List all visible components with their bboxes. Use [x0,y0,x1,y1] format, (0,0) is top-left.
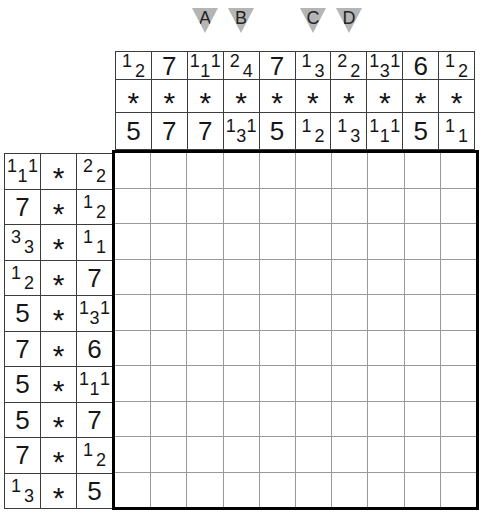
clue-digit: 1 [211,52,221,70]
left-clue-r6-c3: 6 [77,332,112,367]
clue-digit: 1 [79,299,89,317]
left-clue-r7-c1: 5 [5,367,40,402]
wildcard-asterisk: * [343,88,355,112]
left-clue-r8-c3: 7 [77,403,112,438]
left-clue-r8-c1: 5 [5,403,40,438]
grid-cell-r6-c4[interactable] [224,331,259,366]
clue-digit: 3 [380,62,390,80]
clue-digit: 5 [270,118,284,144]
clue-digit: 3 [11,228,21,246]
top-clue-r3-c7: 13 [331,113,366,149]
left-clue-r4-c3: 7 [77,261,112,296]
grid-cell-r2-c7[interactable] [332,189,367,224]
wildcard-asterisk: * [307,88,319,112]
grid-cell-r8-c6[interactable] [296,402,331,437]
clue-digit: 7 [15,194,29,220]
answer-marker-triangle-C: C [300,8,326,33]
grid-cell-r5-c4[interactable] [224,295,259,330]
top-clue-r2-c4: * [224,80,259,112]
grid-cell-r2-c2[interactable] [151,189,186,224]
grid-cell-r3-c10[interactable] [441,224,476,259]
grid-cell-r9-c10[interactable] [441,437,476,472]
wildcard-asterisk: * [53,412,65,437]
grid-cell-r7-c6[interactable] [296,366,331,401]
wildcard-asterisk: * [164,88,176,112]
clue-digit: 1 [28,157,38,175]
clue-digit: 2 [135,62,145,80]
grid-cell-r9-c5[interactable] [260,437,295,472]
clue-digit: 5 [15,300,29,326]
grid-cell-r10-c9[interactable] [405,473,440,508]
answer-marker-label: A [192,8,218,28]
clue-digit: 3 [89,309,99,327]
puzzle-grid [112,150,479,510]
grid-cell-r7-c3[interactable] [187,366,222,401]
wildcard-asterisk: * [53,199,65,224]
clue-digit: 2 [96,203,106,221]
grid-cell-r4-c5[interactable] [260,260,295,295]
grid-cell-r7-c8[interactable] [368,366,403,401]
clue-digit: 2 [24,274,34,292]
clue-digit: 1 [100,370,110,388]
wildcard-asterisk: * [53,447,65,472]
grid-cell-r9-c2[interactable] [151,437,186,472]
grid-cell-r7-c9[interactable] [405,366,440,401]
grid-cell-r6-c9[interactable] [405,331,440,366]
answer-marker-label: D [336,8,362,28]
grid-cell-r1-c7[interactable] [332,153,367,188]
grid-cell-r7-c2[interactable] [151,366,186,401]
grid-cell-r3-c5[interactable] [260,224,295,259]
grid-cell-r9-c1[interactable] [115,437,150,472]
clue-digit: 2 [458,62,468,80]
grid-cell-r1-c2[interactable] [151,153,186,188]
top-clue-r3-c1: 5 [116,113,151,149]
grid-cell-r9-c4[interactable] [224,437,259,472]
clue-digit: 3 [24,238,34,256]
wildcard-asterisk: * [53,483,65,508]
clue-digit: 1 [200,62,210,80]
grid-cell-r3-c8[interactable] [368,224,403,259]
grid-cell-r1-c10[interactable] [441,153,476,188]
top-clue-r2-c8: * [367,80,402,112]
left-clue-r1-c2: * [41,154,76,189]
left-clue-r1-c3: 22 [77,154,112,189]
clue-digit: 1 [226,117,236,135]
clue-digit: 2 [83,157,93,175]
grid-cell-r3-c1[interactable] [115,224,150,259]
clue-digit: 1 [79,370,89,388]
grid-cell-r5-c10[interactable] [441,295,476,330]
clue-digit: 7 [270,53,284,79]
top-clue-r1-c8: 131 [367,52,402,79]
left-clue-r2-c3: 12 [77,190,112,225]
clue-digit: 1 [89,380,99,398]
grid-cell-r10-c7[interactable] [332,473,367,508]
left-clue-r4-c1: 12 [5,261,40,296]
grid-cell-r7-c5[interactable] [260,366,295,401]
grid-cell-r10-c1[interactable] [115,473,150,508]
top-clue-r1-c7: 22 [331,52,366,79]
top-clue-r1-c10: 12 [439,52,474,79]
grid-cell-r9-c6[interactable] [296,437,331,472]
grid-cell-r6-c7[interactable] [332,331,367,366]
top-clue-band: 1271112471322131612**********57713151213… [115,51,475,150]
grid-cell-r3-c3[interactable] [187,224,222,259]
top-clue-r3-c8: 111 [367,113,402,149]
left-clue-r7-c3: 111 [77,367,112,402]
grid-cell-r4-c2[interactable] [151,260,186,295]
clue-digit: 1 [301,117,311,135]
left-clue-r5-c1: 5 [5,296,40,331]
top-clue-r2-c2: * [152,80,187,112]
clue-digit: 1 [83,193,93,211]
grid-cell-r8-c5[interactable] [260,402,295,437]
clue-digit: 5 [413,118,427,144]
top-clue-r1-c3: 111 [188,52,223,79]
top-clue-r3-c2: 7 [152,113,187,149]
grid-cell-r2-c10[interactable] [441,189,476,224]
grid-cell-r10-c4[interactable] [224,473,259,508]
grid-cell-r1-c5[interactable] [260,153,295,188]
grid-cell-r5-c8[interactable] [368,295,403,330]
clue-digit: 2 [96,167,106,185]
grid-cell-r1-c6[interactable] [296,153,331,188]
grid-cell-r8-c4[interactable] [224,402,259,437]
grid-cell-r2-c6[interactable] [296,189,331,224]
clue-digit: 7 [198,118,212,144]
grid-cell-r5-c5[interactable] [260,295,295,330]
grid-cell-r3-c6[interactable] [296,224,331,259]
grid-cell-r4-c10[interactable] [441,260,476,295]
grid-cell-r9-c7[interactable] [332,437,367,472]
wildcard-asterisk: * [271,88,283,112]
left-clue-r7-c2: * [41,367,76,402]
clue-digit: 5 [15,407,29,433]
wildcard-asterisk: * [53,163,65,188]
grid-cell-r2-c8[interactable] [368,189,403,224]
grid-cell-r2-c1[interactable] [115,189,150,224]
grid-cell-r9-c3[interactable] [187,437,222,472]
left-clue-r10-c1: 13 [5,474,40,509]
clue-digit: 3 [350,127,360,145]
clue-digit: 1 [390,117,400,135]
grid-cell-r3-c2[interactable] [151,224,186,259]
answer-marker-triangle-D: D [336,8,362,33]
left-clue-r4-c2: * [41,261,76,296]
clue-digit: 1 [337,117,347,135]
clue-digit: 7 [15,336,29,362]
grid-cell-r8-c9[interactable] [405,402,440,437]
left-clue-r9-c2: * [41,438,76,473]
grid-cell-r4-c9[interactable] [405,260,440,295]
grid-cell-r3-c4[interactable] [224,224,259,259]
grid-cell-r5-c7[interactable] [332,295,367,330]
grid-cell-r8-c10[interactable] [441,402,476,437]
grid-cell-r5-c3[interactable] [187,295,222,330]
grid-cell-r1-c4[interactable] [224,153,259,188]
top-clue-r2-c5: * [260,80,295,112]
top-clue-r3-c6: 12 [296,113,331,149]
wildcard-asterisk: * [235,88,247,112]
answer-marker-label: C [300,8,326,28]
clue-digit: 2 [314,127,324,145]
grid-cell-r4-c4[interactable] [224,260,259,295]
grid-cell-r2-c3[interactable] [187,189,222,224]
clue-digit: 1 [96,238,106,256]
grid-cell-r4-c8[interactable] [368,260,403,295]
answer-marker-triangle-B: B [228,8,254,33]
left-clue-r1-c1: 111 [5,154,40,189]
clue-digit: 7 [87,265,101,291]
clue-digit: 7 [87,407,101,433]
grid-cell-r5-c2[interactable] [151,295,186,330]
clue-digit: 1 [458,127,468,145]
top-clue-r2-c7: * [331,80,366,112]
clue-digit: 1 [445,117,455,135]
clue-digit: 2 [337,52,347,70]
grid-cell-r4-c6[interactable] [296,260,331,295]
left-clue-band: 111*227*1233*1112*75*1317*65*1115*77*121… [4,153,113,509]
grid-cell-r9-c9[interactable] [405,437,440,472]
top-clue-r3-c5: 5 [260,113,295,149]
grid-cell-r7-c10[interactable] [441,366,476,401]
puzzle-canvas: ABCD 1271112471322131612**********577131… [0,0,485,521]
grid-cell-r2-c5[interactable] [260,189,295,224]
top-clue-r2-c6: * [296,80,331,112]
top-clue-r3-c4: 131 [224,113,259,149]
grid-cell-r6-c2[interactable] [151,331,186,366]
left-clue-r9-c1: 7 [5,438,40,473]
grid-cell-r6-c5[interactable] [260,331,295,366]
clue-digit: 1 [380,127,390,145]
left-clue-r6-c1: 7 [5,332,40,367]
grid-cell-r10-c5[interactable] [260,473,295,508]
grid-cell-r7-c4[interactable] [224,366,259,401]
grid-cell-r10-c8[interactable] [368,473,403,508]
clue-digit: 3 [314,62,324,80]
grid-cell-r8-c8[interactable] [368,402,403,437]
grid-cell-r8-c1[interactable] [115,402,150,437]
wildcard-asterisk: * [53,376,65,401]
top-clue-r2-c10: * [439,80,474,112]
grid-cell-r2-c4[interactable] [224,189,259,224]
left-clue-r5-c3: 131 [77,296,112,331]
wildcard-asterisk: * [128,88,140,112]
grid-cell-r3-c9[interactable] [405,224,440,259]
grid-cell-r6-c1[interactable] [115,331,150,366]
wildcard-asterisk: * [53,305,65,330]
clue-digit: 1 [445,52,455,70]
clue-digit: 1 [83,228,93,246]
top-clue-r2-c9: * [403,80,438,112]
top-clue-r3-c3: 7 [188,113,223,149]
top-clue-r2-c3: * [188,80,223,112]
wildcard-asterisk: * [451,88,463,112]
clue-digit: 2 [96,451,106,469]
grid-cell-r5-c1[interactable] [115,295,150,330]
left-clue-r3-c1: 33 [5,225,40,260]
clue-digit: 5 [126,118,140,144]
top-clue-r3-c9: 5 [403,113,438,149]
grid-cell-r4-c3[interactable] [187,260,222,295]
clue-digit: 7 [15,442,29,468]
grid-cell-r10-c3[interactable] [187,473,222,508]
clue-digit: 4 [243,62,253,80]
grid-cell-r6-c6[interactable] [296,331,331,366]
top-clue-r2-c1: * [116,80,151,112]
clue-digit: 1 [7,157,17,175]
left-clue-r3-c3: 11 [77,225,112,260]
clue-digit: 2 [350,62,360,80]
top-clue-r1-c4: 24 [224,52,259,79]
clue-digit: 1 [122,52,132,70]
grid-cell-r9-c8[interactable] [368,437,403,472]
grid-cell-r3-c7[interactable] [332,224,367,259]
top-clue-r1-c1: 12 [116,52,151,79]
grid-cell-r5-c9[interactable] [405,295,440,330]
grid-cell-r6-c8[interactable] [368,331,403,366]
clue-digit: 5 [87,478,101,504]
grid-cell-r6-c3[interactable] [187,331,222,366]
left-clue-r2-c2: * [41,190,76,225]
grid-cell-r1-c3[interactable] [187,153,222,188]
wildcard-asterisk: * [379,88,391,112]
left-clue-r9-c3: 12 [77,438,112,473]
clue-digit: 7 [162,53,176,79]
clue-digit: 1 [83,441,93,459]
top-clue-r3-c10: 11 [439,113,474,149]
left-clue-r6-c2: * [41,332,76,367]
clue-digit: 1 [369,117,379,135]
grid-cell-r2-c9[interactable] [405,189,440,224]
clue-digit: 2 [230,52,240,70]
clue-digit: 6 [413,53,427,79]
wildcard-asterisk: * [199,88,211,112]
left-clue-r8-c2: * [41,403,76,438]
grid-cell-r1-c9[interactable] [405,153,440,188]
grid-cell-r10-c10[interactable] [441,473,476,508]
grid-cell-r1-c8[interactable] [368,153,403,188]
left-clue-r10-c3: 5 [77,474,112,509]
grid-cell-r1-c1[interactable] [115,153,150,188]
clue-digit: 1 [17,167,27,185]
clue-digit: 1 [369,52,379,70]
top-clue-r1-c6: 13 [296,52,331,79]
clue-digit: 1 [301,52,311,70]
left-clue-r2-c1: 7 [5,190,40,225]
clue-digit: 5 [15,371,29,397]
grid-cell-r7-c1[interactable] [115,366,150,401]
clue-digit: 1 [100,299,110,317]
grid-cell-r8-c7[interactable] [332,402,367,437]
left-clue-r5-c2: * [41,296,76,331]
grid-cell-r4-c1[interactable] [115,260,150,295]
wildcard-asterisk: * [415,88,427,112]
grid-cell-r5-c6[interactable] [296,295,331,330]
wildcard-asterisk: * [53,234,65,259]
grid-cell-r10-c6[interactable] [296,473,331,508]
grid-cell-r6-c10[interactable] [441,331,476,366]
clue-digit: 1 [11,477,21,495]
grid-cell-r4-c7[interactable] [332,260,367,295]
top-clue-r1-c9: 6 [403,52,438,79]
clue-digit: 7 [162,118,176,144]
wildcard-asterisk: * [53,341,65,366]
grid-cell-r8-c3[interactable] [187,402,222,437]
clue-digit: 1 [390,52,400,70]
clue-digit: 3 [24,487,34,505]
clue-digit: 1 [11,264,21,282]
top-clue-r1-c2: 7 [152,52,187,79]
left-clue-r10-c2: * [41,474,76,509]
clue-digit: 6 [87,336,101,362]
clue-digit: 1 [247,117,257,135]
grid-cell-r7-c7[interactable] [332,366,367,401]
top-clue-r1-c5: 7 [260,52,295,79]
clue-digit: 1 [190,52,200,70]
clue-digit: 3 [236,127,246,145]
answer-marker-label: B [228,8,254,28]
grid-cell-r10-c2[interactable] [151,473,186,508]
left-clue-r3-c2: * [41,225,76,260]
grid-cell-r8-c2[interactable] [151,402,186,437]
answer-marker-triangle-A: A [192,8,218,33]
wildcard-asterisk: * [53,270,65,295]
